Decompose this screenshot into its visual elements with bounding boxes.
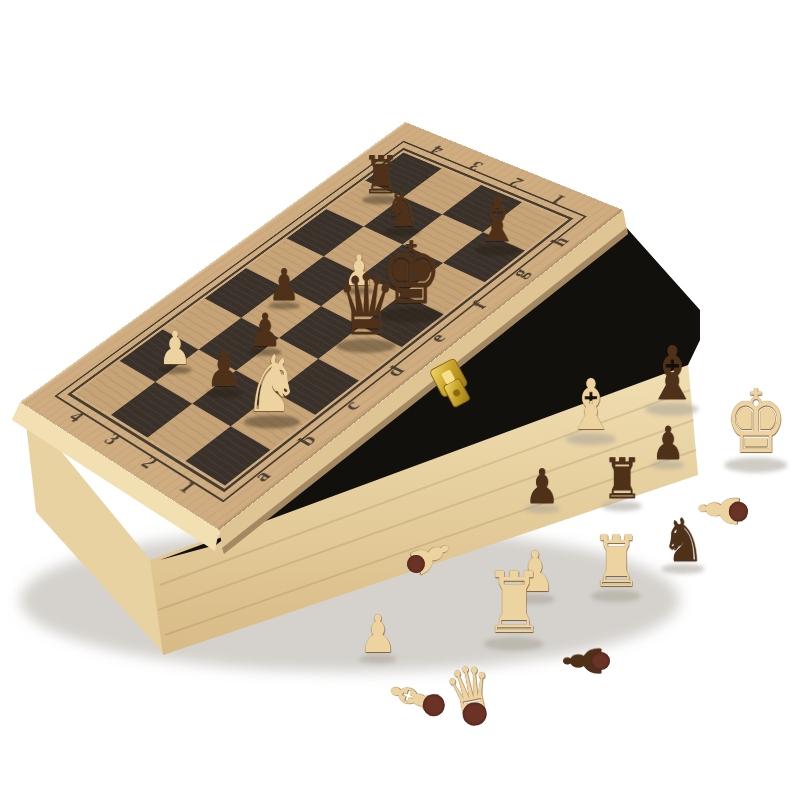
product-photo-chess-set: abcdefgh11223344 ♜♞♝♟♟♚♛♟♟♟♝♞♝♟♚♜♟♟♟♞♜♟♜…: [0, 0, 800, 800]
pieces-layer: ♜♞♝♟♟♚♛♟♟♟♝♞♝♟♚♜♟♟♟♞♜♟♜♟♟♛♝: [0, 0, 800, 800]
